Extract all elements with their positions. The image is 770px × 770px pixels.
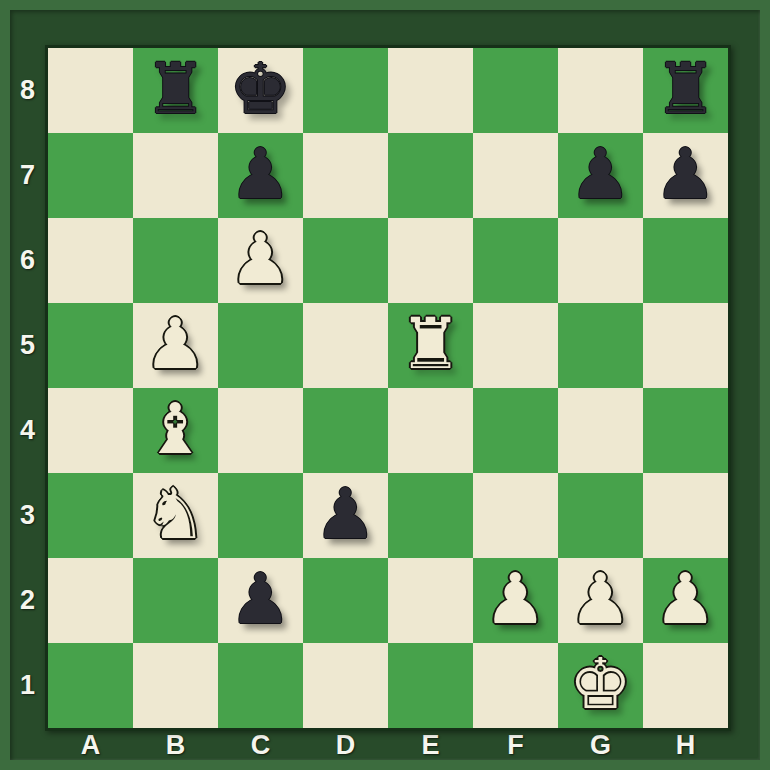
file-labels: ABCDEFGH	[48, 729, 728, 761]
square-a6[interactable]	[48, 218, 133, 303]
square-f4[interactable]	[473, 388, 558, 473]
square-c1[interactable]	[218, 643, 303, 728]
file-label-g: G	[558, 729, 643, 761]
square-a5[interactable]	[48, 303, 133, 388]
square-e6[interactable]	[388, 218, 473, 303]
square-a7[interactable]	[48, 133, 133, 218]
square-d8[interactable]	[303, 48, 388, 133]
square-h8[interactable]: ♜	[643, 48, 728, 133]
square-f5[interactable]	[473, 303, 558, 388]
square-d7[interactable]	[303, 133, 388, 218]
white-pawn-h2[interactable]: ♟	[643, 558, 728, 643]
square-e7[interactable]	[388, 133, 473, 218]
square-g7[interactable]: ♟	[558, 133, 643, 218]
square-d6[interactable]	[303, 218, 388, 303]
file-label-e: E	[388, 729, 473, 761]
square-g8[interactable]	[558, 48, 643, 133]
square-e4[interactable]	[388, 388, 473, 473]
rank-label-3: 3	[10, 473, 45, 558]
rank-labels: 87654321	[10, 48, 45, 728]
square-b4[interactable]: ♝	[133, 388, 218, 473]
file-label-d: D	[303, 729, 388, 761]
black-rook-h8[interactable]: ♜	[643, 48, 728, 133]
white-knight-b3[interactable]: ♞	[133, 473, 218, 558]
square-d4[interactable]	[303, 388, 388, 473]
rank-label-2: 2	[10, 558, 45, 643]
square-b5[interactable]: ♟	[133, 303, 218, 388]
square-f2[interactable]: ♟	[473, 558, 558, 643]
square-a2[interactable]	[48, 558, 133, 643]
square-f8[interactable]	[473, 48, 558, 133]
square-f6[interactable]	[473, 218, 558, 303]
square-h4[interactable]	[643, 388, 728, 473]
square-c4[interactable]	[218, 388, 303, 473]
black-pawn-c7[interactable]: ♟	[218, 133, 303, 218]
square-h6[interactable]	[643, 218, 728, 303]
square-b6[interactable]	[133, 218, 218, 303]
square-c3[interactable]	[218, 473, 303, 558]
rank-label-8: 8	[10, 48, 45, 133]
white-pawn-f2[interactable]: ♟	[473, 558, 558, 643]
square-h2[interactable]: ♟	[643, 558, 728, 643]
square-h7[interactable]: ♟	[643, 133, 728, 218]
board: ♜♚♜♟♟♟♟♟♜♝♞♟♟♟♟♟♚	[45, 45, 731, 731]
square-e2[interactable]	[388, 558, 473, 643]
white-king-g1[interactable]: ♚	[558, 643, 643, 728]
white-pawn-g2[interactable]: ♟	[558, 558, 643, 643]
square-c6[interactable]: ♟	[218, 218, 303, 303]
square-e1[interactable]	[388, 643, 473, 728]
square-b2[interactable]	[133, 558, 218, 643]
square-g4[interactable]	[558, 388, 643, 473]
rank-label-1: 1	[10, 643, 45, 728]
square-b7[interactable]	[133, 133, 218, 218]
file-label-f: F	[473, 729, 558, 761]
square-c7[interactable]: ♟	[218, 133, 303, 218]
rank-label-5: 5	[10, 303, 45, 388]
square-h1[interactable]	[643, 643, 728, 728]
rank-label-7: 7	[10, 133, 45, 218]
file-label-c: C	[218, 729, 303, 761]
white-pawn-b5[interactable]: ♟	[133, 303, 218, 388]
black-pawn-h7[interactable]: ♟	[643, 133, 728, 218]
square-a1[interactable]	[48, 643, 133, 728]
square-c8[interactable]: ♚	[218, 48, 303, 133]
square-e3[interactable]	[388, 473, 473, 558]
square-f7[interactable]	[473, 133, 558, 218]
black-pawn-c2[interactable]: ♟	[218, 558, 303, 643]
square-g1[interactable]: ♚	[558, 643, 643, 728]
white-rook-e5[interactable]: ♜	[388, 303, 473, 388]
square-h3[interactable]	[643, 473, 728, 558]
black-king-c8[interactable]: ♚	[218, 48, 303, 133]
square-f1[interactable]	[473, 643, 558, 728]
white-pawn-c6[interactable]: ♟	[218, 218, 303, 303]
square-b1[interactable]	[133, 643, 218, 728]
square-g2[interactable]: ♟	[558, 558, 643, 643]
white-bishop-b4[interactable]: ♝	[133, 388, 218, 473]
square-b3[interactable]: ♞	[133, 473, 218, 558]
black-rook-b8[interactable]: ♜	[133, 48, 218, 133]
black-pawn-g7[interactable]: ♟	[558, 133, 643, 218]
square-b8[interactable]: ♜	[133, 48, 218, 133]
square-a3[interactable]	[48, 473, 133, 558]
square-c2[interactable]: ♟	[218, 558, 303, 643]
square-a4[interactable]	[48, 388, 133, 473]
square-f3[interactable]	[473, 473, 558, 558]
square-g3[interactable]	[558, 473, 643, 558]
board-frame: 87654321 ABCDEFGH ♜♚♜♟♟♟♟♟♜♝♞♟♟♟♟♟♚	[0, 0, 770, 770]
square-d5[interactable]	[303, 303, 388, 388]
square-a8[interactable]	[48, 48, 133, 133]
square-d2[interactable]	[303, 558, 388, 643]
square-d3[interactable]: ♟	[303, 473, 388, 558]
square-e8[interactable]	[388, 48, 473, 133]
square-g6[interactable]	[558, 218, 643, 303]
file-label-b: B	[133, 729, 218, 761]
square-c5[interactable]	[218, 303, 303, 388]
rank-label-4: 4	[10, 388, 45, 473]
square-h5[interactable]	[643, 303, 728, 388]
square-d1[interactable]	[303, 643, 388, 728]
file-label-a: A	[48, 729, 133, 761]
rank-label-6: 6	[10, 218, 45, 303]
file-label-h: H	[643, 729, 728, 761]
square-g5[interactable]	[558, 303, 643, 388]
black-pawn-d3[interactable]: ♟	[303, 473, 388, 558]
square-e5[interactable]: ♜	[388, 303, 473, 388]
